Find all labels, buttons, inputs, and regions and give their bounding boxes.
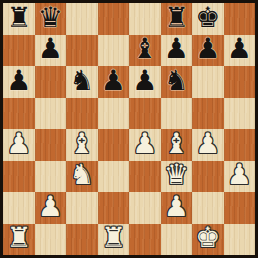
square-b3[interactable] <box>35 161 67 193</box>
black-knight-f6[interactable]: ♞ <box>164 67 189 95</box>
chess-board-frame: ♜♛♜♚♟♝♟♟♟♟♞♟♟♞♟♝♟♝♟♞♛♟♟♟♜♜♚ <box>0 0 258 258</box>
square-a5[interactable] <box>3 98 35 130</box>
square-b2[interactable]: ♟ <box>35 192 67 224</box>
square-h6[interactable] <box>224 66 256 98</box>
square-f8[interactable]: ♜ <box>161 3 193 35</box>
square-h3[interactable]: ♟ <box>224 161 256 193</box>
black-pawn-d6[interactable]: ♟ <box>101 67 126 95</box>
white-pawn-f2[interactable]: ♟ <box>164 193 189 221</box>
square-a4[interactable]: ♟ <box>3 129 35 161</box>
white-pawn-h3[interactable]: ♟ <box>227 161 252 189</box>
square-f4[interactable]: ♝ <box>161 129 193 161</box>
square-e7[interactable]: ♝ <box>129 35 161 67</box>
square-a2[interactable] <box>3 192 35 224</box>
square-g8[interactable]: ♚ <box>192 3 224 35</box>
black-pawn-f7[interactable]: ♟ <box>164 35 189 63</box>
square-g7[interactable]: ♟ <box>192 35 224 67</box>
square-d7[interactable] <box>98 35 130 67</box>
black-bishop-e7[interactable]: ♝ <box>132 35 157 63</box>
black-knight-c6[interactable]: ♞ <box>69 67 94 95</box>
square-c3[interactable]: ♞ <box>66 161 98 193</box>
white-rook-a1[interactable]: ♜ <box>6 224 31 252</box>
square-h1[interactable] <box>224 224 256 256</box>
black-king-g8[interactable]: ♚ <box>195 4 220 32</box>
square-g3[interactable] <box>192 161 224 193</box>
square-b5[interactable] <box>35 98 67 130</box>
square-c5[interactable] <box>66 98 98 130</box>
square-g4[interactable]: ♟ <box>192 129 224 161</box>
square-a1[interactable]: ♜ <box>3 224 35 256</box>
square-f2[interactable]: ♟ <box>161 192 193 224</box>
square-b4[interactable] <box>35 129 67 161</box>
square-c6[interactable]: ♞ <box>66 66 98 98</box>
square-d2[interactable] <box>98 192 130 224</box>
square-e6[interactable]: ♟ <box>129 66 161 98</box>
square-d6[interactable]: ♟ <box>98 66 130 98</box>
square-a7[interactable] <box>3 35 35 67</box>
square-f6[interactable]: ♞ <box>161 66 193 98</box>
chess-board: ♜♛♜♚♟♝♟♟♟♟♞♟♟♞♟♝♟♝♟♞♛♟♟♟♜♜♚ <box>3 3 255 255</box>
square-c8[interactable] <box>66 3 98 35</box>
square-e1[interactable] <box>129 224 161 256</box>
square-e3[interactable] <box>129 161 161 193</box>
square-b1[interactable] <box>35 224 67 256</box>
square-c2[interactable] <box>66 192 98 224</box>
square-h2[interactable] <box>224 192 256 224</box>
square-c4[interactable]: ♝ <box>66 129 98 161</box>
white-pawn-a4[interactable]: ♟ <box>6 130 31 158</box>
square-a3[interactable] <box>3 161 35 193</box>
square-f7[interactable]: ♟ <box>161 35 193 67</box>
black-pawn-g7[interactable]: ♟ <box>195 35 220 63</box>
white-bishop-c4[interactable]: ♝ <box>69 130 94 158</box>
square-d1[interactable]: ♜ <box>98 224 130 256</box>
square-d3[interactable] <box>98 161 130 193</box>
square-f3[interactable]: ♛ <box>161 161 193 193</box>
square-b6[interactable] <box>35 66 67 98</box>
black-pawn-h7[interactable]: ♟ <box>227 35 252 63</box>
square-c7[interactable] <box>66 35 98 67</box>
square-a6[interactable]: ♟ <box>3 66 35 98</box>
square-e5[interactable] <box>129 98 161 130</box>
square-g1[interactable]: ♚ <box>192 224 224 256</box>
white-pawn-g4[interactable]: ♟ <box>195 130 220 158</box>
square-f1[interactable] <box>161 224 193 256</box>
square-a8[interactable]: ♜ <box>3 3 35 35</box>
square-g2[interactable] <box>192 192 224 224</box>
square-h4[interactable] <box>224 129 256 161</box>
square-e4[interactable]: ♟ <box>129 129 161 161</box>
white-rook-d1[interactable]: ♜ <box>101 224 126 252</box>
white-bishop-f4[interactable]: ♝ <box>164 130 189 158</box>
white-knight-c3[interactable]: ♞ <box>69 161 94 189</box>
white-king-g1[interactable]: ♚ <box>195 224 220 252</box>
square-b8[interactable]: ♛ <box>35 3 67 35</box>
black-pawn-e6[interactable]: ♟ <box>132 67 157 95</box>
white-queen-f3[interactable]: ♛ <box>164 161 189 189</box>
square-c1[interactable] <box>66 224 98 256</box>
black-rook-a8[interactable]: ♜ <box>6 4 31 32</box>
square-h8[interactable] <box>224 3 256 35</box>
square-e2[interactable] <box>129 192 161 224</box>
square-h5[interactable] <box>224 98 256 130</box>
square-f5[interactable] <box>161 98 193 130</box>
square-d8[interactable] <box>98 3 130 35</box>
square-d5[interactable] <box>98 98 130 130</box>
black-rook-f8[interactable]: ♜ <box>164 4 189 32</box>
square-h7[interactable]: ♟ <box>224 35 256 67</box>
black-pawn-a6[interactable]: ♟ <box>6 67 31 95</box>
square-e8[interactable] <box>129 3 161 35</box>
square-g5[interactable] <box>192 98 224 130</box>
black-queen-b8[interactable]: ♛ <box>38 4 63 32</box>
square-b7[interactable]: ♟ <box>35 35 67 67</box>
square-g6[interactable] <box>192 66 224 98</box>
black-pawn-b7[interactable]: ♟ <box>38 35 63 63</box>
white-pawn-e4[interactable]: ♟ <box>132 130 157 158</box>
white-pawn-b2[interactable]: ♟ <box>38 193 63 221</box>
square-d4[interactable] <box>98 129 130 161</box>
